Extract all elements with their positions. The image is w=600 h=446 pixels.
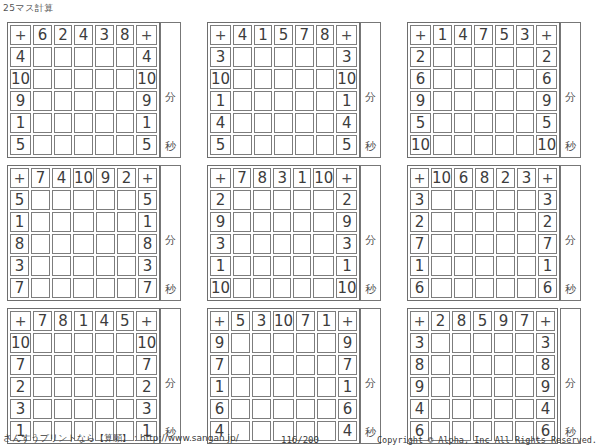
- row-header-left: 5: [10, 190, 29, 210]
- plus-operator: +: [10, 311, 31, 331]
- answer-cell[interactable]: [515, 377, 534, 397]
- row-header-left: 9: [210, 212, 231, 232]
- answer-cell[interactable]: [293, 212, 311, 232]
- answer-cell[interactable]: [96, 190, 115, 210]
- timer-box[interactable]: 分秒: [160, 165, 181, 301]
- grid-row: 33: [210, 234, 357, 254]
- answer-cell[interactable]: [473, 399, 492, 419]
- answer-cell[interactable]: [231, 333, 250, 353]
- row-header-right: 5: [136, 135, 157, 155]
- answer-cell[interactable]: [54, 135, 73, 155]
- answer-cell[interactable]: [33, 355, 52, 375]
- answer-cell[interactable]: [252, 399, 271, 419]
- answer-cell[interactable]: [117, 278, 136, 298]
- answer-cell[interactable]: [74, 355, 93, 375]
- timer-box[interactable]: 分秒: [560, 308, 581, 444]
- answer-cell[interactable]: [452, 377, 471, 397]
- calc-block-5: +783110+229933111010分秒: [207, 165, 381, 301]
- col-header: 5: [231, 311, 250, 331]
- answer-cell[interactable]: [454, 47, 473, 67]
- footer-page-number: 116/200: [281, 435, 319, 445]
- answer-cell[interactable]: [96, 256, 115, 276]
- answer-cell[interactable]: [473, 355, 492, 375]
- calc-grid: +78145+101077223311: [7, 308, 160, 444]
- answer-cell[interactable]: [316, 135, 335, 155]
- answer-cell[interactable]: [496, 190, 515, 210]
- timer-box[interactable]: 分秒: [360, 22, 381, 158]
- answer-cell[interactable]: [474, 135, 493, 155]
- answer-cell[interactable]: [431, 256, 452, 276]
- answer-cell[interactable]: [496, 278, 515, 298]
- answer-cell[interactable]: [317, 399, 336, 419]
- answer-cell[interactable]: [233, 113, 252, 133]
- plus-operator: +: [136, 25, 157, 45]
- row-header-left: 7: [410, 234, 429, 254]
- answer-cell[interactable]: [33, 135, 52, 155]
- answer-cell[interactable]: [33, 69, 52, 89]
- answer-cell[interactable]: [517, 190, 536, 210]
- answer-cell[interactable]: [254, 113, 273, 133]
- answer-cell[interactable]: [54, 333, 73, 353]
- grid-row: 22: [210, 190, 357, 210]
- answer-cell[interactable]: [494, 333, 513, 353]
- answer-cell[interactable]: [433, 113, 452, 133]
- col-header: 1: [317, 311, 336, 331]
- answer-cell[interactable]: [515, 399, 534, 419]
- answer-cell[interactable]: [274, 47, 293, 67]
- header-row: +41578+: [210, 25, 357, 45]
- answer-cell[interactable]: [74, 113, 93, 133]
- answer-cell[interactable]: [74, 47, 93, 67]
- plus-operator: +: [536, 311, 555, 331]
- col-header: 10: [313, 168, 334, 188]
- answer-cell[interactable]: [517, 212, 536, 232]
- grid-row: 1010: [210, 69, 357, 89]
- row-header-right: 2: [336, 190, 357, 210]
- row-header-left: 6: [410, 278, 429, 298]
- answer-cell[interactable]: [116, 113, 135, 133]
- answer-cell[interactable]: [233, 135, 252, 155]
- answer-cell[interactable]: [95, 355, 114, 375]
- answer-cell[interactable]: [296, 377, 315, 397]
- answer-cell[interactable]: [454, 113, 473, 133]
- answer-cell[interactable]: [33, 399, 52, 419]
- answer-cell[interactable]: [73, 278, 94, 298]
- answer-cell[interactable]: [96, 212, 115, 232]
- answer-cell[interactable]: [474, 69, 493, 89]
- answer-cell[interactable]: [31, 212, 50, 232]
- answer-cell[interactable]: [431, 355, 450, 375]
- answer-cell[interactable]: [496, 256, 515, 276]
- answer-cell[interactable]: [95, 69, 114, 89]
- grid-row: 99: [210, 333, 357, 353]
- answer-cell[interactable]: [74, 91, 93, 111]
- row-header-right: 3: [336, 234, 357, 254]
- answer-cell[interactable]: [253, 190, 271, 210]
- answer-cell[interactable]: [116, 47, 135, 67]
- answer-cell[interactable]: [273, 278, 291, 298]
- answer-cell[interactable]: [231, 377, 250, 397]
- answer-cell[interactable]: [517, 256, 536, 276]
- answer-cell[interactable]: [316, 69, 335, 89]
- answer-cell[interactable]: [31, 190, 50, 210]
- answer-cell[interactable]: [317, 355, 336, 375]
- answer-cell[interactable]: [274, 135, 293, 155]
- answer-cell[interactable]: [317, 377, 336, 397]
- answer-cell[interactable]: [452, 399, 471, 419]
- answer-cell[interactable]: [273, 355, 294, 375]
- answer-cell[interactable]: [452, 355, 471, 375]
- seconds-label: 秒: [365, 282, 376, 297]
- answer-cell[interactable]: [116, 91, 135, 111]
- answer-cell[interactable]: [233, 190, 251, 210]
- answer-cell[interactable]: [273, 190, 291, 210]
- answer-cell[interactable]: [316, 47, 335, 67]
- timer-box[interactable]: 分秒: [160, 308, 181, 444]
- answer-cell[interactable]: [515, 355, 534, 375]
- answer-cell[interactable]: [254, 47, 273, 67]
- answer-cell[interactable]: [495, 113, 514, 133]
- answer-cell[interactable]: [293, 256, 311, 276]
- answer-cell[interactable]: [516, 135, 535, 155]
- answer-cell[interactable]: [54, 91, 73, 111]
- answer-cell[interactable]: [233, 212, 251, 232]
- answer-cell[interactable]: [474, 47, 493, 67]
- answer-cell[interactable]: [313, 256, 334, 276]
- answer-cell[interactable]: [313, 234, 334, 254]
- answer-cell[interactable]: [431, 278, 452, 298]
- answer-cell[interactable]: [74, 333, 93, 353]
- minutes-label: 分: [165, 375, 176, 390]
- answer-cell[interactable]: [454, 256, 473, 276]
- answer-cell[interactable]: [52, 278, 71, 298]
- col-header: 8: [452, 311, 471, 331]
- answer-cell[interactable]: [33, 91, 52, 111]
- timer-box[interactable]: 分秒: [560, 22, 581, 158]
- answer-cell[interactable]: [496, 234, 515, 254]
- grid-row: 11: [10, 212, 157, 232]
- answer-cell[interactable]: [54, 113, 73, 133]
- answer-cell[interactable]: [293, 234, 311, 254]
- answer-cell[interactable]: [254, 69, 273, 89]
- answer-cell[interactable]: [316, 91, 335, 111]
- answer-cell[interactable]: [495, 47, 514, 67]
- grid-row: 22: [410, 47, 557, 67]
- answer-cell[interactable]: [52, 256, 71, 276]
- answer-cell[interactable]: [33, 47, 52, 67]
- answer-cell[interactable]: [454, 212, 473, 232]
- answer-cell[interactable]: [475, 234, 494, 254]
- answer-cell[interactable]: [117, 256, 136, 276]
- answer-cell[interactable]: [253, 212, 271, 232]
- answer-cell[interactable]: [431, 190, 452, 210]
- answer-cell[interactable]: [274, 113, 293, 133]
- answer-cell[interactable]: [54, 377, 73, 397]
- answer-cell[interactable]: [454, 234, 473, 254]
- answer-cell[interactable]: [73, 190, 94, 210]
- answer-cell[interactable]: [295, 47, 314, 67]
- answer-cell[interactable]: [54, 47, 73, 67]
- answer-cell[interactable]: [431, 333, 450, 353]
- grid-row: 99: [10, 91, 157, 111]
- answer-cell[interactable]: [296, 355, 315, 375]
- calc-block-6: +106823+3322771166分秒: [407, 165, 581, 301]
- answer-cell[interactable]: [116, 69, 135, 89]
- answer-cell[interactable]: [273, 256, 291, 276]
- answer-cell[interactable]: [475, 190, 494, 210]
- answer-cell[interactable]: [295, 135, 314, 155]
- answer-cell[interactable]: [431, 234, 452, 254]
- row-header-right: 4: [536, 399, 555, 419]
- grid-row: 55: [210, 135, 357, 155]
- answer-cell[interactable]: [295, 91, 314, 111]
- answer-cell[interactable]: [252, 355, 271, 375]
- answer-cell[interactable]: [474, 91, 493, 111]
- row-header-left: 6: [210, 399, 229, 419]
- col-header: 8: [475, 168, 494, 188]
- answer-cell[interactable]: [317, 333, 336, 353]
- calc-grid: +28597+3388994466: [407, 308, 558, 444]
- answer-cell[interactable]: [454, 69, 473, 89]
- grid-row: 1010: [10, 333, 157, 353]
- answer-cell[interactable]: [474, 113, 493, 133]
- answer-cell[interactable]: [495, 135, 514, 155]
- col-header: 10: [73, 168, 94, 188]
- answer-cell[interactable]: [233, 256, 251, 276]
- plus-operator: +: [210, 25, 231, 45]
- header-row: +783110+: [210, 168, 357, 188]
- answer-cell[interactable]: [454, 190, 473, 210]
- answer-cell[interactable]: [313, 278, 334, 298]
- answer-cell[interactable]: [33, 113, 52, 133]
- answer-cell[interactable]: [54, 355, 73, 375]
- answer-cell[interactable]: [295, 113, 314, 133]
- answer-cell[interactable]: [231, 355, 250, 375]
- answer-cell[interactable]: [73, 212, 94, 232]
- answer-cell[interactable]: [273, 399, 294, 419]
- grid-row: 66: [410, 69, 557, 89]
- answer-cell[interactable]: [273, 377, 294, 397]
- plus-operator: +: [536, 25, 557, 45]
- col-header: 10: [273, 311, 294, 331]
- answer-cell[interactable]: [475, 256, 494, 276]
- answer-cell[interactable]: [116, 135, 135, 155]
- answer-cell[interactable]: [31, 256, 50, 276]
- answer-cell[interactable]: [295, 69, 314, 89]
- row-header-left: 10: [210, 278, 231, 298]
- answer-cell[interactable]: [54, 399, 73, 419]
- row-header-left: 3: [410, 333, 429, 353]
- row-header-right: 2: [536, 47, 557, 67]
- row-header-right: 8: [536, 355, 555, 375]
- answer-cell[interactable]: [473, 377, 492, 397]
- answer-cell[interactable]: [433, 135, 452, 155]
- plus-operator: +: [538, 168, 557, 188]
- footer-site-link[interactable]: さんすうプリントなら【算願】：http://www.sangan.jp/: [3, 432, 239, 445]
- answer-cell[interactable]: [33, 333, 52, 353]
- col-header: 7: [296, 311, 315, 331]
- row-header-left: 9: [10, 91, 31, 111]
- answer-cell[interactable]: [74, 69, 93, 89]
- answer-cell[interactable]: [517, 278, 536, 298]
- grid-row: 99: [410, 91, 557, 111]
- answer-cell[interactable]: [96, 278, 115, 298]
- answer-cell[interactable]: [233, 91, 252, 111]
- answer-cell[interactable]: [233, 278, 251, 298]
- row-header-left: 6: [410, 69, 431, 89]
- row-header-right: 5: [336, 135, 357, 155]
- row-header-left: 5: [10, 135, 31, 155]
- answer-cell[interactable]: [73, 256, 94, 276]
- answer-cell[interactable]: [494, 399, 513, 419]
- answer-cell[interactable]: [233, 47, 252, 67]
- answer-cell[interactable]: [293, 278, 311, 298]
- grid-row: 99: [210, 212, 357, 232]
- answer-cell[interactable]: [316, 113, 335, 133]
- answer-cell[interactable]: [95, 47, 114, 67]
- answer-cell[interactable]: [253, 234, 271, 254]
- answer-cell[interactable]: [454, 135, 473, 155]
- answer-cell[interactable]: [516, 47, 535, 67]
- answer-cell[interactable]: [495, 69, 514, 89]
- col-header: 5: [116, 311, 135, 331]
- answer-cell[interactable]: [433, 91, 452, 111]
- answer-cell[interactable]: [96, 234, 115, 254]
- answer-cell[interactable]: [495, 91, 514, 111]
- grid-row: 55: [10, 135, 157, 155]
- answer-cell[interactable]: [74, 135, 93, 155]
- answer-cell[interactable]: [475, 278, 494, 298]
- col-header: 8: [116, 25, 135, 45]
- row-header-right: 1: [336, 256, 357, 276]
- answer-cell[interactable]: [516, 113, 535, 133]
- answer-cell[interactable]: [95, 113, 114, 133]
- minutes-label: 分: [565, 89, 576, 104]
- answer-cell[interactable]: [431, 377, 450, 397]
- row-header-right: 7: [538, 234, 557, 254]
- header-row: +78145+: [10, 311, 157, 331]
- answer-cell[interactable]: [313, 212, 334, 232]
- answer-cell[interactable]: [52, 190, 71, 210]
- answer-cell[interactable]: [31, 234, 50, 254]
- col-header: 3: [95, 25, 114, 45]
- row-header-right: 10: [136, 333, 157, 353]
- calc-block-8: +531071+9977116644分秒: [207, 308, 381, 444]
- timer-box[interactable]: 分秒: [360, 165, 381, 301]
- answer-cell[interactable]: [433, 47, 452, 67]
- timer-box[interactable]: 分秒: [560, 165, 581, 301]
- answer-cell[interactable]: [117, 212, 136, 232]
- answer-cell[interactable]: [516, 69, 535, 89]
- grid-row: 77: [410, 234, 557, 254]
- answer-cell[interactable]: [516, 91, 535, 111]
- answer-cell[interactable]: [296, 333, 315, 353]
- answer-cell[interactable]: [454, 91, 473, 111]
- col-header: 7: [474, 25, 493, 45]
- row-header-right: 10: [536, 135, 557, 155]
- answer-cell[interactable]: [254, 135, 273, 155]
- calc-grid: +62438+441010991155: [7, 22, 160, 158]
- answer-cell[interactable]: [313, 190, 334, 210]
- answer-cell[interactable]: [33, 377, 52, 397]
- grid-row: 1010: [410, 135, 557, 155]
- answer-cell[interactable]: [515, 333, 534, 353]
- answer-cell[interactable]: [117, 190, 136, 210]
- answer-cell[interactable]: [454, 278, 473, 298]
- answer-cell[interactable]: [433, 69, 452, 89]
- answer-cell[interactable]: [496, 212, 515, 232]
- answer-cell[interactable]: [273, 234, 291, 254]
- answer-cell[interactable]: [54, 69, 73, 89]
- answer-cell[interactable]: [431, 212, 452, 232]
- answer-cell[interactable]: [494, 355, 513, 375]
- answer-cell[interactable]: [296, 399, 315, 419]
- answer-cell[interactable]: [31, 278, 50, 298]
- answer-cell[interactable]: [252, 377, 271, 397]
- answer-cell[interactable]: [252, 333, 271, 353]
- seconds-label: 秒: [565, 139, 576, 154]
- col-header: 7: [31, 168, 50, 188]
- answer-cell[interactable]: [95, 377, 114, 397]
- answer-cell[interactable]: [452, 333, 471, 353]
- header-row: +28597+: [410, 311, 555, 331]
- answer-cell[interactable]: [253, 278, 271, 298]
- answer-cell[interactable]: [475, 212, 494, 232]
- answer-cell[interactable]: [52, 234, 71, 254]
- answer-cell[interactable]: [233, 69, 252, 89]
- answer-cell[interactable]: [274, 69, 293, 89]
- answer-cell[interactable]: [74, 377, 93, 397]
- timer-box[interactable]: 分秒: [360, 308, 381, 444]
- answer-cell[interactable]: [116, 333, 135, 353]
- answer-cell[interactable]: [273, 212, 291, 232]
- seconds-label: 秒: [165, 282, 176, 297]
- row-header-right: 9: [336, 212, 357, 232]
- answer-cell[interactable]: [254, 91, 273, 111]
- answer-cell[interactable]: [73, 234, 94, 254]
- grid-row: 1010: [210, 278, 357, 298]
- answer-cell[interactable]: [473, 333, 492, 353]
- answer-cell[interactable]: [117, 234, 136, 254]
- answer-cell[interactable]: [74, 399, 93, 419]
- answer-cell[interactable]: [95, 399, 114, 419]
- answer-cell[interactable]: [253, 256, 271, 276]
- row-header-left: 2: [10, 377, 31, 397]
- answer-cell[interactable]: [494, 377, 513, 397]
- timer-box[interactable]: 分秒: [160, 22, 181, 158]
- answer-cell[interactable]: [95, 91, 114, 111]
- answer-cell[interactable]: [517, 234, 536, 254]
- answer-cell[interactable]: [293, 190, 311, 210]
- answer-cell[interactable]: [116, 399, 135, 419]
- answer-cell[interactable]: [233, 234, 251, 254]
- answer-cell[interactable]: [95, 333, 114, 353]
- row-header-right: 5: [536, 113, 557, 133]
- answer-cell[interactable]: [273, 333, 294, 353]
- answer-cell[interactable]: [274, 91, 293, 111]
- answer-cell[interactable]: [116, 377, 135, 397]
- header-row: +62438+: [10, 25, 157, 45]
- page-title: 25マス計算: [3, 2, 54, 15]
- answer-cell[interactable]: [116, 355, 135, 375]
- answer-cell[interactable]: [95, 135, 114, 155]
- answer-cell[interactable]: [431, 399, 450, 419]
- answer-cell[interactable]: [231, 399, 250, 419]
- col-header: 1: [74, 311, 93, 331]
- col-header: 9: [494, 311, 513, 331]
- answer-cell[interactable]: [52, 212, 71, 232]
- row-header-left: 7: [10, 278, 29, 298]
